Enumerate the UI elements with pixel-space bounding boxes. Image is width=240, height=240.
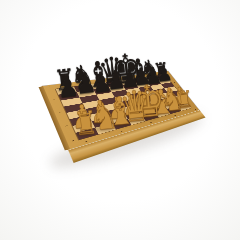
photo-scene: ♜♞♝♛♚♝♞♜♟♟♟♟♟♟♟♟♟♟♟♟♟♟♟♟♜♞♝♛♚♝♞♜ <box>0 0 240 240</box>
piece-white-rook-a1[interactable]: ♜ <box>73 107 99 141</box>
pieces-layer: ♜♞♝♛♚♝♞♜♟♟♟♟♟♟♟♟♟♟♟♟♟♟♟♟♜♞♝♛♚♝♞♜ <box>0 0 240 240</box>
